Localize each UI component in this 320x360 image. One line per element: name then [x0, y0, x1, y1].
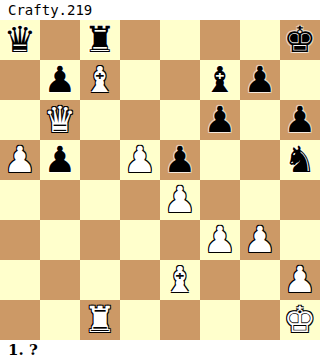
square-e5[interactable]: ♟: [160, 140, 200, 180]
square-c6[interactable]: [80, 100, 120, 140]
white-king-icon: ♚: [284, 300, 316, 340]
square-g8[interactable]: [240, 20, 280, 60]
square-d5[interactable]: ♟: [120, 140, 160, 180]
square-a4[interactable]: [0, 180, 40, 220]
square-c1[interactable]: ♜: [80, 300, 120, 340]
black-knight-icon: ♞: [284, 140, 316, 180]
window-title: Crafty.219: [0, 0, 320, 20]
square-g2[interactable]: [240, 260, 280, 300]
square-e6[interactable]: [160, 100, 200, 140]
black-queen-icon: ♛: [4, 20, 36, 60]
black-pawn-icon: ♟: [204, 100, 236, 140]
black-pawn-icon: ♟: [284, 100, 316, 140]
square-a6[interactable]: [0, 100, 40, 140]
square-g7[interactable]: ♟: [240, 60, 280, 100]
square-h6[interactable]: ♟: [280, 100, 320, 140]
crafty-window: Crafty.219 ♛♜♚♟♝♝♟♛♟♟♟♟♟♟♞♟♟♟♝♟♜♚ 1. ?: [0, 0, 320, 360]
square-f5[interactable]: [200, 140, 240, 180]
white-pawn-icon: ♟: [284, 260, 316, 300]
black-pawn-icon: ♟: [244, 60, 276, 100]
square-g5[interactable]: [240, 140, 280, 180]
black-pawn-icon: ♟: [44, 60, 76, 100]
square-f1[interactable]: [200, 300, 240, 340]
square-f3[interactable]: ♟: [200, 220, 240, 260]
white-pawn-icon: ♟: [4, 140, 36, 180]
square-e7[interactable]: [160, 60, 200, 100]
square-a2[interactable]: [0, 260, 40, 300]
square-e3[interactable]: [160, 220, 200, 260]
square-b5[interactable]: ♟: [40, 140, 80, 180]
square-g6[interactable]: [240, 100, 280, 140]
black-rook-icon: ♜: [84, 20, 116, 60]
square-b8[interactable]: [40, 20, 80, 60]
square-h8[interactable]: ♚: [280, 20, 320, 60]
chess-board: ♛♜♚♟♝♝♟♛♟♟♟♟♟♟♞♟♟♟♝♟♜♚: [0, 20, 320, 340]
square-b3[interactable]: [40, 220, 80, 260]
square-e4[interactable]: ♟: [160, 180, 200, 220]
square-h1[interactable]: ♚: [280, 300, 320, 340]
square-h4[interactable]: [280, 180, 320, 220]
move-prompt: 1. ?: [0, 340, 320, 360]
square-d7[interactable]: [120, 60, 160, 100]
square-d6[interactable]: [120, 100, 160, 140]
square-d1[interactable]: [120, 300, 160, 340]
square-c4[interactable]: [80, 180, 120, 220]
square-f2[interactable]: [200, 260, 240, 300]
white-pawn-icon: ♟: [164, 180, 196, 220]
square-c3[interactable]: [80, 220, 120, 260]
square-e2[interactable]: ♝: [160, 260, 200, 300]
square-b4[interactable]: [40, 180, 80, 220]
square-a1[interactable]: [0, 300, 40, 340]
white-bishop-icon: ♝: [84, 60, 116, 100]
square-h3[interactable]: [280, 220, 320, 260]
square-c7[interactable]: ♝: [80, 60, 120, 100]
square-c5[interactable]: [80, 140, 120, 180]
square-a5[interactable]: ♟: [0, 140, 40, 180]
square-g4[interactable]: [240, 180, 280, 220]
black-pawn-icon: ♟: [44, 140, 76, 180]
square-g3[interactable]: ♟: [240, 220, 280, 260]
square-a8[interactable]: ♛: [0, 20, 40, 60]
square-b7[interactable]: ♟: [40, 60, 80, 100]
black-king-icon: ♚: [284, 20, 316, 60]
square-e1[interactable]: [160, 300, 200, 340]
square-b1[interactable]: [40, 300, 80, 340]
square-g1[interactable]: [240, 300, 280, 340]
white-queen-icon: ♛: [44, 100, 76, 140]
black-pawn-icon: ♟: [164, 140, 196, 180]
black-bishop-icon: ♝: [204, 60, 236, 100]
square-h7[interactable]: [280, 60, 320, 100]
square-d8[interactable]: [120, 20, 160, 60]
square-c2[interactable]: [80, 260, 120, 300]
white-pawn-icon: ♟: [124, 140, 156, 180]
white-bishop-icon: ♝: [164, 260, 196, 300]
square-b6[interactable]: ♛: [40, 100, 80, 140]
square-d4[interactable]: [120, 180, 160, 220]
square-f6[interactable]: ♟: [200, 100, 240, 140]
square-f8[interactable]: [200, 20, 240, 60]
white-pawn-icon: ♟: [204, 220, 236, 260]
white-pawn-icon: ♟: [244, 220, 276, 260]
square-a3[interactable]: [0, 220, 40, 260]
white-rook-icon: ♜: [84, 300, 116, 340]
square-a7[interactable]: [0, 60, 40, 100]
square-c8[interactable]: ♜: [80, 20, 120, 60]
square-f4[interactable]: [200, 180, 240, 220]
square-h2[interactable]: ♟: [280, 260, 320, 300]
square-e8[interactable]: [160, 20, 200, 60]
square-b2[interactable]: [40, 260, 80, 300]
square-d2[interactable]: [120, 260, 160, 300]
square-d3[interactable]: [120, 220, 160, 260]
square-f7[interactable]: ♝: [200, 60, 240, 100]
square-h5[interactable]: ♞: [280, 140, 320, 180]
